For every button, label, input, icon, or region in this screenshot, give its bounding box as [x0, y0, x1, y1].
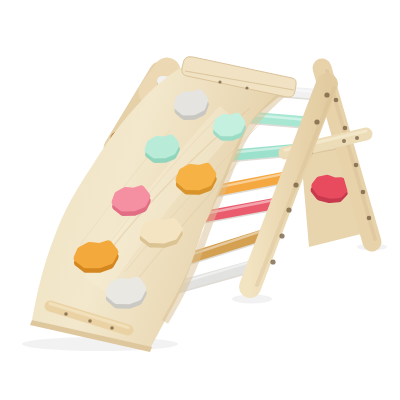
- panel-hold-slot: [314, 178, 345, 201]
- screw-hole: [110, 326, 114, 330]
- hold-mint-right: [216, 117, 242, 138]
- screw-hole: [334, 98, 339, 103]
- screw-hole: [293, 182, 298, 187]
- screw-hole: [64, 312, 68, 316]
- screw-hole: [367, 216, 372, 221]
- screw-hole: [314, 119, 319, 124]
- screw-hole: [218, 80, 221, 83]
- hold-cream: [144, 222, 179, 244]
- screw-hole: [343, 126, 348, 131]
- product-photo: [0, 0, 400, 400]
- screw-hole: [286, 207, 291, 212]
- screw-hole: [361, 190, 366, 195]
- hold-orange-low: [77, 244, 115, 270]
- hold-white-top: [177, 93, 206, 117]
- screw-hole: [279, 233, 284, 238]
- screw-hole: [270, 259, 275, 264]
- hold-white-low: [109, 281, 142, 306]
- screw-hole: [342, 139, 346, 143]
- hold-orange-mid: [179, 167, 212, 192]
- hold-mint-left: [148, 139, 176, 160]
- screw-hole: [88, 319, 92, 323]
- hold-pink: [115, 189, 147, 213]
- screw-hole: [355, 136, 359, 140]
- screw-hole: [354, 163, 359, 168]
- screw-hole: [245, 86, 248, 89]
- hold-red-panel: [314, 178, 345, 201]
- climbing-set-illustration: [0, 0, 400, 400]
- screw-hole: [324, 92, 329, 97]
